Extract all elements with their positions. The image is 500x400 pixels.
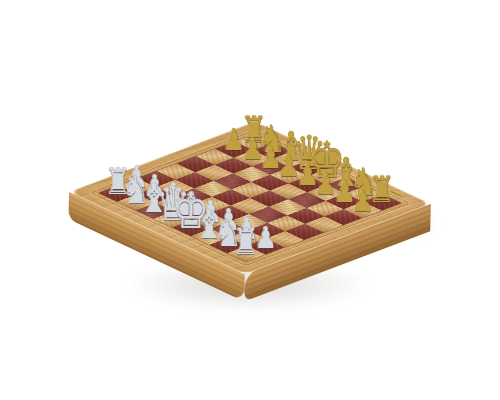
square-h6 — [325, 209, 363, 225]
square-h7 — [344, 202, 382, 218]
square-h2 — [247, 239, 285, 255]
square-f4 — [249, 207, 287, 223]
square-d2 — [173, 204, 211, 220]
square-h1 — [227, 246, 265, 262]
chess-set-photo: ♜♞♝♛♚♝♞♜♟♟♟♟♟♟♟♟♟♟♟♟♟♟♟♟♜♞♝♛♚♝♞♜ — [0, 0, 500, 400]
square-f5 — [268, 199, 306, 215]
square-f1 — [191, 229, 229, 245]
square-c2 — [155, 195, 193, 211]
square-d3 — [193, 197, 231, 213]
square-g6 — [306, 201, 344, 217]
square-b1 — [117, 194, 155, 210]
square-c1 — [136, 203, 174, 219]
square-g2 — [228, 230, 266, 246]
square-e2 — [192, 213, 230, 229]
square-h5 — [305, 217, 343, 233]
square-e3 — [211, 205, 249, 221]
square-e1 — [172, 220, 210, 236]
square-h3 — [266, 231, 304, 247]
square-g4 — [267, 215, 305, 231]
square-g5 — [287, 208, 325, 224]
square-g1 — [209, 237, 247, 253]
square-e4 — [231, 198, 269, 214]
square-d1 — [154, 211, 192, 227]
square-g3 — [248, 223, 286, 239]
square-f2 — [210, 221, 248, 237]
square-f3 — [229, 214, 267, 230]
square-h4 — [286, 224, 324, 240]
